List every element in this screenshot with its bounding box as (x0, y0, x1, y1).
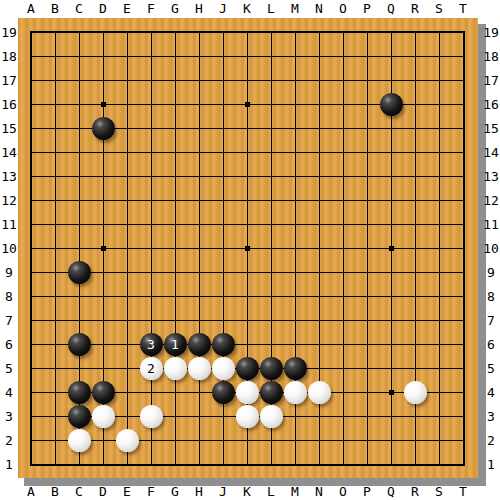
coordinate-label: Q (387, 2, 395, 15)
coordinate-label: 7 (5, 314, 13, 327)
coordinate-label: E (123, 2, 131, 15)
coordinate-label: K (243, 2, 251, 15)
stone-black-D4[interactable] (92, 381, 115, 404)
grid-line-horizontal (31, 272, 464, 273)
coordinate-label: 19 (1, 26, 17, 39)
coordinate-label: J (219, 485, 227, 498)
stone-black-C4[interactable] (68, 381, 91, 404)
coordinate-label: 1 (5, 458, 13, 471)
coordinate-label: 2 (487, 434, 495, 447)
stone-black-C9[interactable] (68, 261, 91, 284)
coordinate-label: 3 (5, 410, 13, 423)
stone-white-E2[interactable] (116, 429, 139, 452)
coordinate-label: G (171, 485, 179, 498)
coordinate-label: 8 (487, 290, 495, 303)
move-number-label: 2 (147, 362, 155, 375)
coordinate-label: K (243, 485, 251, 498)
coordinate-label: 5 (5, 362, 13, 375)
stone-white-K4[interactable] (236, 381, 259, 404)
coordinate-label: 18 (483, 50, 499, 63)
coordinate-label: 3 (487, 410, 495, 423)
stone-white-G5[interactable] (164, 357, 187, 380)
coordinate-label: 10 (483, 242, 499, 255)
stone-black-D15[interactable] (92, 117, 115, 140)
coordinate-label: 6 (5, 338, 13, 351)
grid-line-vertical (367, 32, 368, 465)
coordinate-label: F (147, 2, 155, 15)
coordinate-label: L (267, 485, 275, 498)
coordinate-label: 2 (5, 434, 13, 447)
stone-black-L4[interactable] (260, 381, 283, 404)
coordinate-label: J (219, 2, 227, 15)
stone-white-L3[interactable] (260, 405, 283, 428)
coordinate-label: H (195, 485, 203, 498)
coordinate-label: 7 (487, 314, 495, 327)
move-number-label: 1 (171, 338, 179, 351)
stone-black-Q16[interactable] (380, 93, 403, 116)
star-point (389, 246, 394, 251)
coordinate-label: 8 (5, 290, 13, 303)
grid-line-horizontal (31, 296, 464, 297)
coordinate-label: 5 (487, 362, 495, 375)
coordinate-label: F (147, 485, 155, 498)
go-diagram: 312 ABCDEFGHJKLMNOPQRST ABCDEFGHJKLMNOPQ… (0, 0, 500, 500)
coordinate-label: 14 (1, 146, 17, 159)
stone-white-M4[interactable] (284, 381, 307, 404)
coordinate-label: P (363, 2, 371, 15)
coordinate-label: B (51, 485, 59, 498)
stone-black-J6[interactable] (212, 333, 235, 356)
coordinate-label: M (291, 2, 299, 15)
coordinate-label: C (75, 2, 83, 15)
stone-black-H6[interactable] (188, 333, 211, 356)
coordinate-label: 13 (1, 170, 17, 183)
stone-white-K3[interactable] (236, 405, 259, 428)
stone-white-F3[interactable] (140, 405, 163, 428)
grid-line-horizontal (31, 320, 464, 321)
stone-black-J4[interactable] (212, 381, 235, 404)
coordinate-label: H (195, 2, 203, 15)
coordinate-label: D (99, 2, 107, 15)
coordinate-label: 6 (487, 338, 495, 351)
coordinate-label: D (99, 485, 107, 498)
coordinate-label: R (411, 485, 419, 498)
coordinate-label: P (363, 485, 371, 498)
stone-black-C3[interactable] (68, 405, 91, 428)
coordinate-label: 13 (483, 170, 499, 183)
star-point (245, 246, 250, 251)
stone-black-L5[interactable] (260, 357, 283, 380)
coordinate-label: 17 (1, 74, 17, 87)
coordinate-label: 12 (483, 194, 499, 207)
coordinate-label: 4 (5, 386, 13, 399)
coordinate-label: N (315, 2, 323, 15)
grid-line-horizontal (31, 440, 464, 441)
stone-white-H5[interactable] (188, 357, 211, 380)
coordinate-label: O (339, 2, 347, 15)
stone-white-R4[interactable] (404, 381, 427, 404)
grid-line-vertical (343, 32, 344, 465)
coordinate-label: 15 (1, 122, 17, 135)
stone-white-D3[interactable] (92, 405, 115, 428)
grid-line-vertical (439, 32, 440, 465)
star-point (101, 102, 106, 107)
coordinate-label: 16 (1, 98, 17, 111)
coordinate-label: 15 (483, 122, 499, 135)
coordinate-label: S (435, 2, 443, 15)
coordinate-label: Q (387, 485, 395, 498)
stone-white-C2[interactable] (68, 429, 91, 452)
coordinate-label: 9 (5, 266, 13, 279)
coordinate-label: 18 (1, 50, 17, 63)
stone-white-N4[interactable] (308, 381, 331, 404)
star-point (389, 390, 394, 395)
coordinate-label: C (75, 485, 83, 498)
stone-black-M5[interactable] (284, 357, 307, 380)
coordinate-label: 12 (1, 194, 17, 207)
stone-white-J5[interactable] (212, 357, 235, 380)
coordinate-label: 11 (483, 218, 499, 231)
coordinate-label: A (27, 485, 35, 498)
coordinate-label: 19 (483, 26, 499, 39)
star-point (245, 102, 250, 107)
coordinate-label: 11 (1, 218, 17, 231)
stone-black-K5[interactable] (236, 357, 259, 380)
stone-white-F5[interactable]: 2 (140, 357, 163, 380)
coordinate-label: 14 (483, 146, 499, 159)
coordinate-label: A (27, 2, 35, 15)
stone-black-F6[interactable]: 3 (140, 333, 163, 356)
coordinate-label: B (51, 2, 59, 15)
coordinate-label: S (435, 485, 443, 498)
move-number-label: 3 (147, 338, 155, 351)
stone-black-C6[interactable] (68, 333, 91, 356)
coordinate-label: 10 (1, 242, 17, 255)
coordinate-label: E (123, 485, 131, 498)
coordinate-label: 16 (483, 98, 499, 111)
coordinate-label: 9 (487, 266, 495, 279)
coordinate-label: T (459, 485, 467, 498)
stone-black-G6[interactable]: 1 (164, 333, 187, 356)
coordinate-label: 1 (487, 458, 495, 471)
coordinate-label: R (411, 2, 419, 15)
coordinate-label: M (291, 485, 299, 498)
grid-line-horizontal (31, 344, 464, 345)
coordinate-label: T (459, 2, 467, 15)
coordinate-label: 17 (483, 74, 499, 87)
coordinate-label: O (339, 485, 347, 498)
coordinate-label: L (267, 2, 275, 15)
star-point (101, 246, 106, 251)
coordinate-label: 4 (487, 386, 495, 399)
coordinate-label: N (315, 485, 323, 498)
coordinate-label: G (171, 2, 179, 15)
